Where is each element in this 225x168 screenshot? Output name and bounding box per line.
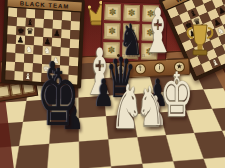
white-knight-1[interactable]: ♞: [110, 77, 143, 138]
pieces-layer: ♝♞♝♝♛♟♟♚♟♞♟♚♞: [0, 0, 225, 168]
chess-room-scene: BLACK TEAM ♝♚♛♟♟♟♞♞♟♚♝ ✽✽✽✽✽✽✽✽✽ WHITE T…: [0, 0, 225, 168]
black-king[interactable]: ♚: [37, 60, 80, 138]
white-bishop-display[interactable]: ♝: [141, 1, 174, 62]
